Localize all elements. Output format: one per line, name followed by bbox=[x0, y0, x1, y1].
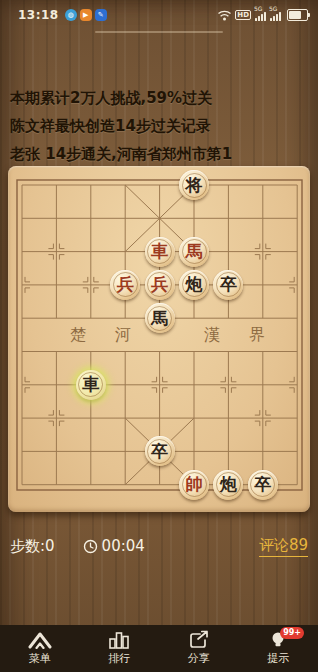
challenge-announcements: 本期累计2万人挑战,59%过关 陈文祥最快创造14步过关记录 老张 14步通关,… bbox=[10, 84, 232, 168]
hint-count-badge: 99+ bbox=[280, 627, 304, 639]
nav-label-share: 分享 bbox=[188, 651, 210, 666]
bottom-nav-bar: 菜单 排行 分享 提示 99+ bbox=[0, 625, 318, 672]
wifi-icon bbox=[218, 10, 231, 21]
piece-red-horse[interactable]: 馬 bbox=[179, 237, 209, 267]
piece-glyph: 兵 bbox=[117, 276, 134, 293]
nav-item-ranking[interactable]: 排行 bbox=[80, 625, 160, 672]
piece-red-pawn-1[interactable]: 兵 bbox=[110, 270, 140, 300]
share-icon bbox=[188, 631, 210, 649]
clock-time: 13:18 bbox=[18, 8, 59, 22]
announcement-line-3: 老张 14步通关,河南省郑州市第1 bbox=[10, 140, 232, 168]
compass-app-icon: ◍ bbox=[65, 9, 77, 21]
river-label-chu-he: 楚 河 bbox=[70, 325, 143, 346]
battery-icon bbox=[287, 9, 308, 21]
piece-glyph: 卒 bbox=[254, 476, 271, 493]
timer-clock-icon bbox=[83, 539, 98, 554]
piece-red-pawn-2[interactable]: 兵 bbox=[145, 270, 175, 300]
piece-black-cannon-2[interactable]: 炮 bbox=[213, 470, 243, 500]
sim1-signal-icon: 5G bbox=[255, 9, 266, 21]
game-info-bar: 步数:0 00:04 评论89 bbox=[0, 534, 318, 558]
piece-glyph: 帥 bbox=[186, 476, 203, 493]
nav-item-hint[interactable]: 提示 99+ bbox=[239, 625, 319, 672]
piece-black-horse[interactable]: 馬 bbox=[145, 303, 175, 333]
nav-label-ranking: 排行 bbox=[108, 651, 130, 666]
app-screen: 13:18 ◍ ▶ ✎ HD 5G 5G 本期累计2万人挑 bbox=[0, 0, 318, 672]
docs-app-icon: ✎ bbox=[95, 9, 107, 21]
menu-up-icon bbox=[28, 631, 52, 649]
river-label-han-jie: 漢 界 bbox=[204, 325, 277, 346]
piece-glyph: 将 bbox=[186, 176, 203, 193]
piece-glyph: 車 bbox=[82, 376, 99, 393]
comments-link[interactable]: 评论89 bbox=[259, 536, 308, 557]
video-app-icon: ▶ bbox=[80, 9, 92, 21]
xiangqi-board[interactable]: 楚 河 漢 界 将車馬兵兵炮卒馬車卒帥炮卒 bbox=[8, 166, 310, 512]
piece-glyph: 馬 bbox=[151, 309, 168, 326]
status-indicators: HD 5G 5G bbox=[218, 0, 308, 30]
piece-black-general[interactable]: 将 bbox=[179, 170, 209, 200]
status-divider-line bbox=[95, 31, 223, 33]
ranking-icon bbox=[108, 631, 130, 649]
piece-glyph: 馬 bbox=[186, 243, 203, 260]
hd-voice-icon: HD bbox=[235, 10, 251, 20]
piece-red-chariot[interactable]: 車 bbox=[145, 237, 175, 267]
nav-item-menu[interactable]: 菜单 bbox=[0, 625, 80, 672]
nav-label-hint: 提示 bbox=[267, 651, 289, 666]
status-bar: 13:18 ◍ ▶ ✎ HD 5G 5G bbox=[0, 0, 318, 30]
piece-glyph: 車 bbox=[151, 243, 168, 260]
announcement-line-1: 本期累计2万人挑战,59%过关 bbox=[10, 84, 232, 112]
piece-black-pawn-2[interactable]: 卒 bbox=[145, 436, 175, 466]
piece-red-general[interactable]: 帥 bbox=[179, 470, 209, 500]
nav-label-menu: 菜单 bbox=[29, 651, 51, 666]
move-counter: 步数:0 bbox=[10, 537, 55, 556]
piece-glyph: 卒 bbox=[220, 276, 237, 293]
notification-app-icons: ◍ ▶ ✎ bbox=[65, 9, 107, 21]
announcement-line-2: 陈文祥最快创造14步过关记录 bbox=[10, 112, 232, 140]
piece-glyph: 炮 bbox=[220, 476, 237, 493]
piece-glyph: 卒 bbox=[151, 442, 168, 459]
piece-black-cannon-1[interactable]: 炮 bbox=[179, 270, 209, 300]
nav-item-share[interactable]: 分享 bbox=[159, 625, 239, 672]
timer-value: 00:04 bbox=[102, 537, 145, 555]
sim2-signal-icon: 5G bbox=[270, 9, 281, 21]
piece-glyph: 炮 bbox=[186, 276, 203, 293]
piece-black-chariot[interactable]: 車 bbox=[76, 370, 106, 400]
piece-black-pawn-3[interactable]: 卒 bbox=[248, 470, 278, 500]
piece-glyph: 兵 bbox=[151, 276, 168, 293]
